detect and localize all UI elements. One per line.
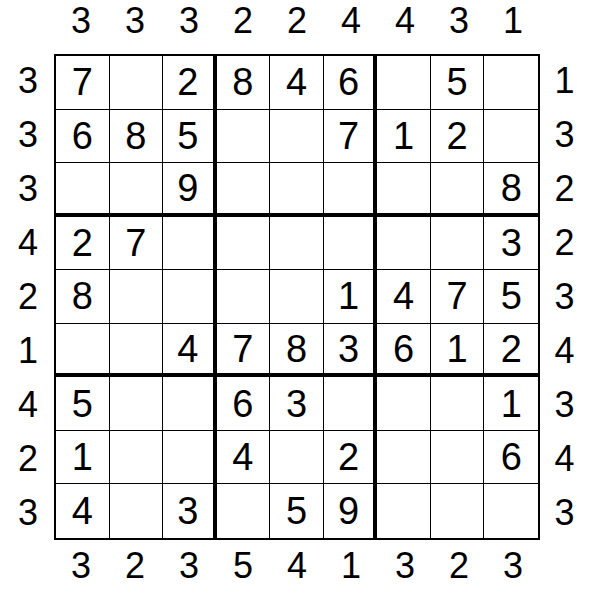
cell-r5c1-given[interactable]: 8 bbox=[56, 270, 110, 324]
clue-right-8: 4 bbox=[540, 432, 595, 486]
clue-bottom-6: 1 bbox=[324, 540, 378, 595]
clue-left-4: 4 bbox=[0, 216, 54, 270]
cell-r1c9-empty[interactable] bbox=[484, 56, 538, 110]
clue-top-3: 3 bbox=[162, 0, 216, 54]
cell-r3c5-empty[interactable] bbox=[270, 163, 324, 217]
cell-r7c3-empty[interactable] bbox=[163, 377, 217, 431]
cell-r4c9-given[interactable]: 3 bbox=[484, 217, 538, 271]
clue-bottom-3: 3 bbox=[162, 540, 216, 595]
cell-r5c9-given[interactable]: 5 bbox=[484, 270, 538, 324]
cell-r2c7-given[interactable]: 1 bbox=[377, 110, 431, 164]
clue-right-6: 4 bbox=[540, 324, 595, 378]
cell-r6c2-empty[interactable] bbox=[110, 324, 164, 378]
cell-r3c6-empty[interactable] bbox=[324, 163, 378, 217]
cell-r2c9-empty[interactable] bbox=[484, 110, 538, 164]
clue-bottom-8: 2 bbox=[432, 540, 486, 595]
clue-left-3: 3 bbox=[0, 162, 54, 216]
clue-right-2: 3 bbox=[540, 108, 595, 162]
clue-left-5: 2 bbox=[0, 270, 54, 324]
sudoku-puzzle-page: 333224431 333421423 72846568571298273814… bbox=[0, 0, 595, 595]
cell-r9c7-empty[interactable] bbox=[377, 484, 431, 538]
cell-r9c9-empty[interactable] bbox=[484, 484, 538, 538]
clue-left-9: 3 bbox=[0, 486, 54, 540]
cell-r6c1-empty[interactable] bbox=[56, 324, 110, 378]
clue-right-7: 3 bbox=[540, 378, 595, 432]
top-clues-row: 333224431 bbox=[54, 0, 540, 54]
clue-left-2: 3 bbox=[0, 108, 54, 162]
cell-r2c3-given[interactable]: 5 bbox=[163, 110, 217, 164]
cell-r4c6-empty[interactable] bbox=[324, 217, 378, 271]
clue-right-3: 2 bbox=[540, 162, 595, 216]
cell-r2c2-given[interactable]: 8 bbox=[110, 110, 164, 164]
cell-r7c7-empty[interactable] bbox=[377, 377, 431, 431]
cell-r9c3-given[interactable]: 3 bbox=[163, 484, 217, 538]
cell-r8c3-empty[interactable] bbox=[163, 431, 217, 485]
clue-top-2: 3 bbox=[108, 0, 162, 54]
clue-top-4: 2 bbox=[216, 0, 270, 54]
cell-r8c8-empty[interactable] bbox=[431, 431, 485, 485]
clue-bottom-1: 3 bbox=[54, 540, 108, 595]
clue-left-1: 3 bbox=[0, 54, 54, 108]
clue-left-6: 1 bbox=[0, 324, 54, 378]
cell-r5c5-empty[interactable] bbox=[270, 270, 324, 324]
cell-r4c4-empty[interactable] bbox=[217, 217, 271, 271]
cell-r4c3-empty[interactable] bbox=[163, 217, 217, 271]
cell-r3c2-empty[interactable] bbox=[110, 163, 164, 217]
cell-r6c7-given[interactable]: 6 bbox=[377, 324, 431, 378]
cell-r6c5-given[interactable]: 8 bbox=[270, 324, 324, 378]
cell-r2c5-empty[interactable] bbox=[270, 110, 324, 164]
cell-r2c4-empty[interactable] bbox=[217, 110, 271, 164]
clue-bottom-5: 4 bbox=[270, 540, 324, 595]
clue-bottom-9: 3 bbox=[486, 540, 540, 595]
clue-right-1: 1 bbox=[540, 54, 595, 108]
cell-r2c8-given[interactable]: 2 bbox=[431, 110, 485, 164]
cell-r9c6-given[interactable]: 9 bbox=[324, 484, 378, 538]
cell-r8c7-empty[interactable] bbox=[377, 431, 431, 485]
clue-top-6: 4 bbox=[324, 0, 378, 54]
clue-top-5: 2 bbox=[270, 0, 324, 54]
cell-r6c8-given[interactable]: 1 bbox=[431, 324, 485, 378]
clue-bottom-7: 3 bbox=[378, 540, 432, 595]
left-clues-column: 333421423 bbox=[0, 54, 54, 540]
cell-r4c5-empty[interactable] bbox=[270, 217, 324, 271]
cell-r6c4-given[interactable]: 7 bbox=[217, 324, 271, 378]
cell-r1c6-given[interactable]: 6 bbox=[324, 56, 378, 110]
cell-r3c7-empty[interactable] bbox=[377, 163, 431, 217]
clue-left-7: 4 bbox=[0, 378, 54, 432]
cell-r7c6-empty[interactable] bbox=[324, 377, 378, 431]
cell-r8c2-empty[interactable] bbox=[110, 431, 164, 485]
cell-r6c3-given[interactable]: 4 bbox=[163, 324, 217, 378]
cell-r4c1-given[interactable]: 2 bbox=[56, 217, 110, 271]
cell-r5c4-empty[interactable] bbox=[217, 270, 271, 324]
cell-r9c4-empty[interactable] bbox=[217, 484, 271, 538]
bottom-clues-row: 323541323 bbox=[54, 540, 540, 595]
cell-r7c2-empty[interactable] bbox=[110, 377, 164, 431]
clue-right-9: 3 bbox=[540, 486, 595, 540]
cell-r5c7-given[interactable]: 4 bbox=[377, 270, 431, 324]
cell-r8c4-given[interactable]: 4 bbox=[217, 431, 271, 485]
cell-r4c2-given[interactable]: 7 bbox=[110, 217, 164, 271]
cell-r5c2-empty[interactable] bbox=[110, 270, 164, 324]
clue-top-9: 1 bbox=[486, 0, 540, 54]
cell-r2c6-given[interactable]: 7 bbox=[324, 110, 378, 164]
cell-r7c9-given[interactable]: 1 bbox=[484, 377, 538, 431]
cell-r6c6-given[interactable]: 3 bbox=[324, 324, 378, 378]
cell-r7c1-given[interactable]: 5 bbox=[56, 377, 110, 431]
cell-r7c5-given[interactable]: 3 bbox=[270, 377, 324, 431]
clue-top-7: 4 bbox=[378, 0, 432, 54]
cell-r1c4-given[interactable]: 8 bbox=[217, 56, 271, 110]
clue-right-4: 2 bbox=[540, 216, 595, 270]
cell-r8c1-given[interactable]: 1 bbox=[56, 431, 110, 485]
cell-r3c1-empty[interactable] bbox=[56, 163, 110, 217]
cell-r4c7-empty[interactable] bbox=[377, 217, 431, 271]
cell-r5c3-empty[interactable] bbox=[163, 270, 217, 324]
cell-r9c5-given[interactable]: 5 bbox=[270, 484, 324, 538]
cell-r3c9-given[interactable]: 8 bbox=[484, 163, 538, 217]
right-clues-column: 132234343 bbox=[540, 54, 595, 540]
clue-top-1: 3 bbox=[54, 0, 108, 54]
cell-r8c5-empty[interactable] bbox=[270, 431, 324, 485]
cell-r9c2-empty[interactable] bbox=[110, 484, 164, 538]
cell-r1c3-given[interactable]: 2 bbox=[163, 56, 217, 110]
cell-r1c1-given[interactable]: 7 bbox=[56, 56, 110, 110]
cell-r7c8-empty[interactable] bbox=[431, 377, 485, 431]
clue-left-8: 2 bbox=[0, 432, 54, 486]
cell-r3c8-empty[interactable] bbox=[431, 163, 485, 217]
cell-r9c1-given[interactable]: 4 bbox=[56, 484, 110, 538]
cell-r8c6-given[interactable]: 2 bbox=[324, 431, 378, 485]
clue-bottom-2: 2 bbox=[108, 540, 162, 595]
cell-r1c2-empty[interactable] bbox=[110, 56, 164, 110]
cell-r3c3-given[interactable]: 9 bbox=[163, 163, 217, 217]
cell-r2c1-given[interactable]: 6 bbox=[56, 110, 110, 164]
cell-r9c8-empty[interactable] bbox=[431, 484, 485, 538]
clue-top-8: 3 bbox=[432, 0, 486, 54]
clue-right-5: 3 bbox=[540, 270, 595, 324]
cell-r5c8-given[interactable]: 7 bbox=[431, 270, 485, 324]
cell-r4c8-empty[interactable] bbox=[431, 217, 485, 271]
cell-r6c9-given[interactable]: 2 bbox=[484, 324, 538, 378]
cell-r1c8-given[interactable]: 5 bbox=[431, 56, 485, 110]
cell-r8c9-given[interactable]: 6 bbox=[484, 431, 538, 485]
cell-r3c4-empty[interactable] bbox=[217, 163, 271, 217]
cell-r1c5-given[interactable]: 4 bbox=[270, 56, 324, 110]
sudoku-board: 7284656857129827381475478361256311426435… bbox=[54, 54, 540, 540]
cell-r7c4-given[interactable]: 6 bbox=[217, 377, 271, 431]
clue-bottom-4: 5 bbox=[216, 540, 270, 595]
cell-r5c6-given[interactable]: 1 bbox=[324, 270, 378, 324]
cell-r1c7-empty[interactable] bbox=[377, 56, 431, 110]
